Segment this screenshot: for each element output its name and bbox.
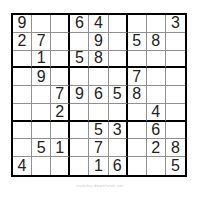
cell-r4c4 xyxy=(70,68,89,86)
cell-r1c6 xyxy=(109,15,128,33)
cell-r1c5: 4 xyxy=(89,15,108,33)
cell-r4c7: 7 xyxy=(128,68,147,86)
cell-r3c3 xyxy=(51,51,70,69)
cell-r9c3 xyxy=(51,157,70,175)
cell-r4c8 xyxy=(147,68,166,86)
cell-r8c9: 8 xyxy=(166,139,185,157)
cell-r7c4 xyxy=(70,122,89,140)
cell-r6c8: 4 xyxy=(147,104,166,122)
cell-r8c8: 2 xyxy=(147,139,166,157)
cell-r4c5 xyxy=(89,68,108,86)
cell-r1c1: 9 xyxy=(13,15,32,33)
cell-r5c1 xyxy=(13,86,32,104)
cell-r1c8 xyxy=(147,15,166,33)
cell-r3c6 xyxy=(109,51,128,69)
cell-r6c2 xyxy=(32,104,51,122)
cell-r9c9: 5 xyxy=(166,157,185,175)
cell-r1c7 xyxy=(128,15,147,33)
cell-r9c4 xyxy=(70,157,89,175)
cell-r9c5: 1 xyxy=(89,157,108,175)
cell-r5c3: 7 xyxy=(51,86,70,104)
cell-r2c4 xyxy=(70,33,89,51)
cell-r7c1 xyxy=(13,122,32,140)
cell-r6c5 xyxy=(89,104,108,122)
cell-r6c7 xyxy=(128,104,147,122)
sudoku-page: 964327958158977965824536517284165 sudoku… xyxy=(0,0,200,200)
cell-r7c9 xyxy=(166,122,185,140)
cell-r5c8 xyxy=(147,86,166,104)
cell-r2c8: 8 xyxy=(147,33,166,51)
cell-r7c6: 3 xyxy=(109,122,128,140)
cell-r4c1 xyxy=(13,68,32,86)
cell-r1c2 xyxy=(32,15,51,33)
cell-r7c3 xyxy=(51,122,70,140)
cell-r2c3 xyxy=(51,33,70,51)
cell-r8c2: 5 xyxy=(32,139,51,157)
cell-r4c3 xyxy=(51,68,70,86)
cell-r1c3 xyxy=(51,15,70,33)
cell-r3c8 xyxy=(147,51,166,69)
cell-r9c6: 6 xyxy=(109,157,128,175)
cell-r7c7 xyxy=(128,122,147,140)
cell-r4c6 xyxy=(109,68,128,86)
cell-r6c3: 2 xyxy=(51,104,70,122)
cell-r9c1: 4 xyxy=(13,157,32,175)
cell-r6c6 xyxy=(109,104,128,122)
cell-r3c7 xyxy=(128,51,147,69)
cell-r6c1 xyxy=(13,104,32,122)
cell-r8c6 xyxy=(109,139,128,157)
cell-r8c7 xyxy=(128,139,147,157)
cell-r9c7 xyxy=(128,157,147,175)
cell-r2c9 xyxy=(166,33,185,51)
cell-r2c7: 5 xyxy=(128,33,147,51)
cell-r6c9 xyxy=(166,104,185,122)
cell-r9c2 xyxy=(32,157,51,175)
cell-r8c1 xyxy=(13,139,32,157)
cell-r9c8 xyxy=(147,157,166,175)
watermark: sudoku-download.net xyxy=(0,183,200,188)
cell-r7c5: 5 xyxy=(89,122,108,140)
cell-r3c9 xyxy=(166,51,185,69)
cell-r2c2: 7 xyxy=(32,33,51,51)
cell-r1c9: 3 xyxy=(166,15,185,33)
cell-r7c8: 6 xyxy=(147,122,166,140)
cell-r8c5: 7 xyxy=(89,139,108,157)
cell-r5c4: 9 xyxy=(70,86,89,104)
cell-r8c3: 1 xyxy=(51,139,70,157)
cell-r5c6: 5 xyxy=(109,86,128,104)
cell-r3c1 xyxy=(13,51,32,69)
cell-r2c5: 9 xyxy=(89,33,108,51)
sudoku-board: 964327958158977965824536517284165 xyxy=(11,13,187,177)
cell-r5c5: 6 xyxy=(89,86,108,104)
cell-r3c5: 8 xyxy=(89,51,108,69)
cell-r1c4: 6 xyxy=(70,15,89,33)
cell-r3c2: 1 xyxy=(32,51,51,69)
cell-r5c7: 8 xyxy=(128,86,147,104)
cell-r2c6 xyxy=(109,33,128,51)
cell-r4c9 xyxy=(166,68,185,86)
cell-r3c4: 5 xyxy=(70,51,89,69)
cell-r5c9 xyxy=(166,86,185,104)
cell-r4c2: 9 xyxy=(32,68,51,86)
cell-r7c2 xyxy=(32,122,51,140)
cell-r6c4 xyxy=(70,104,89,122)
cell-r5c2 xyxy=(32,86,51,104)
cell-r8c4 xyxy=(70,139,89,157)
cell-r2c1: 2 xyxy=(13,33,32,51)
